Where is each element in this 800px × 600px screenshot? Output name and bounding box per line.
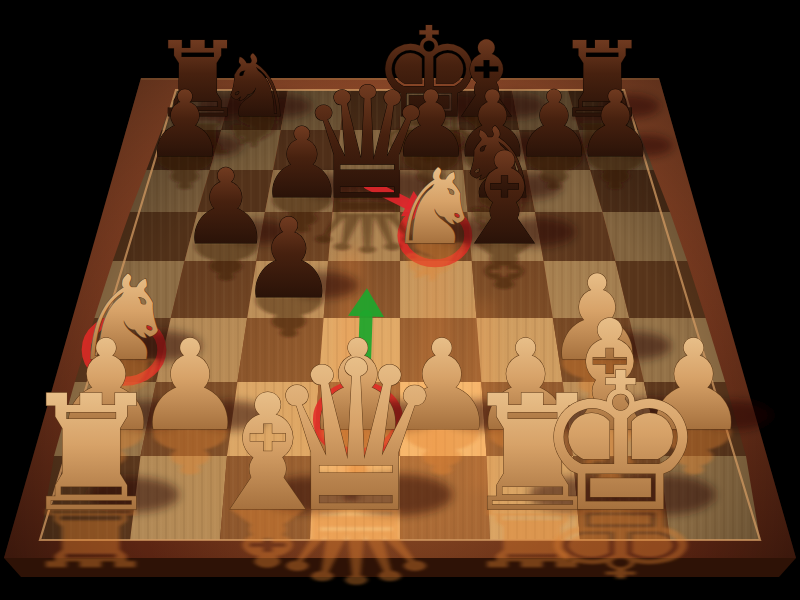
white-king-g1[interactable]: ♚ [535, 332, 706, 554]
white-rook-a1[interactable]: ♜ [20, 361, 163, 547]
chess-scene: ♜♞♚♝♜♟♟♟♟♟♟♛♞♟♞♝♟♞♟♟♟♟♟♟♝♟♜♝♛♜♚♜♞♚♝♜♟♟♟♟… [0, 0, 800, 600]
black-pawn-c4[interactable]: ♟ [239, 195, 338, 323]
black-pawn-h7[interactable]: ♟ [574, 71, 656, 178]
chess-board[interactable]: ♜♞♚♝♜♟♟♟♟♟♟♛♞♟♞♝♟♞♟♟♟♟♟♟♝♟♜♝♛♜♚♜♞♚♝♜♟♟♟♟… [0, 0, 800, 600]
white-queen-d1[interactable]: ♛ [263, 316, 449, 558]
